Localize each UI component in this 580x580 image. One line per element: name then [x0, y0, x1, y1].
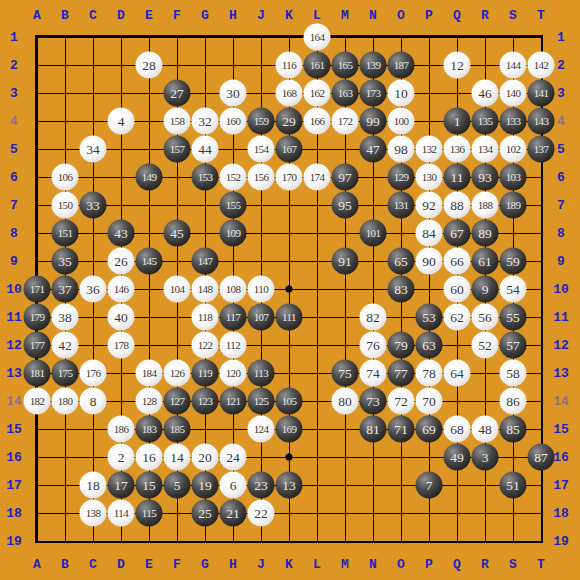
move-number: 27 [170, 86, 184, 100]
column-label: R [481, 557, 489, 572]
stone-q5[interactable]: 136 [444, 136, 471, 163]
stone-s17[interactable]: 51 [500, 472, 527, 499]
column-label: J [257, 557, 265, 572]
move-number: 134 [478, 144, 493, 155]
stone-g4[interactable]: 32 [192, 108, 219, 135]
move-number: 187 [394, 60, 409, 71]
stone-t2[interactable]: 142 [528, 52, 555, 79]
move-number: 175 [58, 368, 73, 379]
stone-n13[interactable]: 74 [360, 360, 387, 387]
stone-a13[interactable]: 181 [24, 360, 51, 387]
stone-h4[interactable]: 160 [220, 108, 247, 135]
stone-c18[interactable]: 138 [80, 500, 107, 527]
stone-k3[interactable]: 168 [276, 80, 303, 107]
column-label: M [341, 557, 349, 572]
row-label: 14 [553, 394, 569, 409]
move-number: 44 [198, 142, 212, 156]
stone-m13[interactable]: 75 [332, 360, 359, 387]
stone-q13[interactable]: 64 [444, 360, 471, 387]
stone-d17[interactable]: 17 [108, 472, 135, 499]
stone-h16[interactable]: 24 [220, 444, 247, 471]
move-number: 133 [506, 116, 521, 127]
stone-f17[interactable]: 5 [164, 472, 191, 499]
stone-n5[interactable]: 47 [360, 136, 387, 163]
row-label: 4 [557, 114, 565, 129]
stone-q9[interactable]: 66 [444, 248, 471, 275]
stone-j14[interactable]: 125 [248, 388, 275, 415]
move-number: 68 [450, 422, 464, 436]
row-label: 13 [553, 366, 569, 381]
stone-s4[interactable]: 133 [500, 108, 527, 135]
stone-r3[interactable]: 46 [472, 80, 499, 107]
stone-l2[interactable]: 161 [304, 52, 331, 79]
stone-a14[interactable]: 182 [24, 388, 51, 415]
move-number: 156 [254, 172, 269, 183]
column-label: S [509, 8, 517, 23]
stone-h6[interactable]: 152 [220, 164, 247, 191]
stone-e17[interactable]: 15 [136, 472, 163, 499]
stone-k15[interactable]: 169 [276, 416, 303, 443]
stone-o10[interactable]: 83 [388, 276, 415, 303]
stone-q16[interactable]: 49 [444, 444, 471, 471]
stone-n15[interactable]: 81 [360, 416, 387, 443]
stone-n12[interactable]: 76 [360, 332, 387, 359]
move-number: 120 [226, 368, 241, 379]
move-number: 61 [478, 254, 492, 268]
move-number: 106 [58, 172, 73, 183]
move-number: 23 [254, 478, 268, 492]
stone-d18[interactable]: 114 [108, 500, 135, 527]
row-label: 10 [553, 282, 569, 297]
move-number: 81 [366, 422, 380, 436]
stone-h11[interactable]: 117 [220, 304, 247, 331]
move-number: 16 [142, 450, 156, 464]
stone-d16[interactable]: 2 [108, 444, 135, 471]
move-number: 157 [170, 144, 185, 155]
stone-j4[interactable]: 159 [248, 108, 275, 135]
stone-r4[interactable]: 135 [472, 108, 499, 135]
move-number: 10 [394, 86, 408, 100]
stone-b11[interactable]: 38 [52, 304, 79, 331]
move-number: 131 [394, 200, 409, 211]
stone-q4[interactable]: 1 [444, 108, 471, 135]
move-number: 75 [338, 366, 352, 380]
stone-p15[interactable]: 69 [416, 416, 443, 443]
move-number: 179 [30, 312, 45, 323]
move-number: 170 [282, 172, 297, 183]
move-number: 168 [282, 88, 297, 99]
move-number: 162 [310, 88, 325, 99]
stone-h10[interactable]: 108 [220, 276, 247, 303]
stone-h12[interactable]: 112 [220, 332, 247, 359]
move-number: 176 [86, 368, 101, 379]
move-number: 53 [422, 310, 436, 324]
stone-d10[interactable]: 146 [108, 276, 135, 303]
stone-c5[interactable]: 34 [80, 136, 107, 163]
stone-s11[interactable]: 55 [500, 304, 527, 331]
move-number: 180 [58, 396, 73, 407]
stone-f13[interactable]: 126 [164, 360, 191, 387]
stone-o9[interactable]: 65 [388, 248, 415, 275]
column-label: E [145, 557, 153, 572]
stone-j10[interactable]: 110 [248, 276, 275, 303]
stone-q10[interactable]: 60 [444, 276, 471, 303]
stone-g6[interactable]: 153 [192, 164, 219, 191]
stone-g18[interactable]: 25 [192, 500, 219, 527]
row-label: 12 [6, 338, 22, 353]
stone-m7[interactable]: 95 [332, 192, 359, 219]
stone-r5[interactable]: 134 [472, 136, 499, 163]
stone-r10[interactable]: 9 [472, 276, 499, 303]
column-label: A [33, 557, 41, 572]
stone-r8[interactable]: 89 [472, 220, 499, 247]
stone-e6[interactable]: 149 [136, 164, 163, 191]
stone-o12[interactable]: 79 [388, 332, 415, 359]
stone-t5[interactable]: 137 [528, 136, 555, 163]
move-number: 146 [114, 284, 129, 295]
stone-a11[interactable]: 179 [24, 304, 51, 331]
stone-j11[interactable]: 107 [248, 304, 275, 331]
stone-g11[interactable]: 118 [192, 304, 219, 331]
stone-l3[interactable]: 162 [304, 80, 331, 107]
stone-d12[interactable]: 178 [108, 332, 135, 359]
stone-o14[interactable]: 72 [388, 388, 415, 415]
stone-q6[interactable]: 11 [444, 164, 471, 191]
row-label: 15 [6, 422, 22, 437]
move-number: 127 [170, 396, 185, 407]
stone-p17[interactable]: 7 [416, 472, 443, 499]
stone-t4[interactable]: 143 [528, 108, 555, 135]
move-number: 132 [422, 144, 437, 155]
move-number: 4 [118, 114, 125, 128]
move-number: 49 [450, 450, 464, 464]
stone-m6[interactable]: 97 [332, 164, 359, 191]
column-label: N [369, 557, 377, 572]
stone-p8[interactable]: 84 [416, 220, 443, 247]
row-label: 9 [10, 254, 18, 269]
column-label: N [369, 8, 377, 23]
stone-c10[interactable]: 36 [80, 276, 107, 303]
move-number: 118 [198, 312, 212, 323]
move-number: 110 [254, 284, 268, 295]
stone-b14[interactable]: 180 [52, 388, 79, 415]
stone-m2[interactable]: 165 [332, 52, 359, 79]
stone-s10[interactable]: 54 [500, 276, 527, 303]
stone-n14[interactable]: 73 [360, 388, 387, 415]
stone-p6[interactable]: 130 [416, 164, 443, 191]
stone-h17[interactable]: 6 [220, 472, 247, 499]
stone-d11[interactable]: 40 [108, 304, 135, 331]
stone-q15[interactable]: 68 [444, 416, 471, 443]
stone-m14[interactable]: 80 [332, 388, 359, 415]
stone-o15[interactable]: 71 [388, 416, 415, 443]
stone-e15[interactable]: 183 [136, 416, 163, 443]
move-number: 98 [394, 142, 408, 156]
move-number: 99 [366, 114, 380, 128]
move-number: 89 [478, 226, 492, 240]
stone-f14[interactable]: 127 [164, 388, 191, 415]
stone-d4[interactable]: 4 [108, 108, 135, 135]
stone-o7[interactable]: 131 [388, 192, 415, 219]
stone-o4[interactable]: 100 [388, 108, 415, 135]
stone-f3[interactable]: 27 [164, 80, 191, 107]
stone-k14[interactable]: 105 [276, 388, 303, 415]
stone-s3[interactable]: 140 [500, 80, 527, 107]
stone-g16[interactable]: 20 [192, 444, 219, 471]
stone-c7[interactable]: 33 [80, 192, 107, 219]
stone-k2[interactable]: 116 [276, 52, 303, 79]
star-point [286, 286, 293, 293]
stone-l4[interactable]: 166 [304, 108, 331, 135]
stone-t3[interactable]: 141 [528, 80, 555, 107]
stone-j13[interactable]: 113 [248, 360, 275, 387]
move-number: 158 [170, 116, 185, 127]
move-number: 97 [338, 170, 352, 184]
column-label: D [117, 8, 125, 23]
stone-f8[interactable]: 45 [164, 220, 191, 247]
move-number: 166 [310, 116, 325, 127]
stone-m9[interactable]: 91 [332, 248, 359, 275]
stone-h18[interactable]: 21 [220, 500, 247, 527]
move-number: 122 [198, 340, 213, 351]
stone-s15[interactable]: 85 [500, 416, 527, 443]
stone-n4[interactable]: 99 [360, 108, 387, 135]
move-number: 28 [142, 58, 156, 72]
stone-r12[interactable]: 52 [472, 332, 499, 359]
stone-b12[interactable]: 42 [52, 332, 79, 359]
stone-r6[interactable]: 93 [472, 164, 499, 191]
stone-c17[interactable]: 18 [80, 472, 107, 499]
column-label: O [397, 8, 405, 23]
move-number: 108 [226, 284, 241, 295]
stone-p5[interactable]: 132 [416, 136, 443, 163]
move-number: 183 [142, 424, 157, 435]
move-number: 38 [58, 310, 72, 324]
move-number: 104 [170, 284, 185, 295]
stone-o2[interactable]: 187 [388, 52, 415, 79]
row-label: 3 [10, 86, 18, 101]
stone-r11[interactable]: 56 [472, 304, 499, 331]
move-number: 102 [506, 144, 521, 155]
stone-f16[interactable]: 14 [164, 444, 191, 471]
stone-e13[interactable]: 184 [136, 360, 163, 387]
column-label: P [425, 557, 433, 572]
stone-l1[interactable]: 164 [304, 24, 331, 51]
stone-e18[interactable]: 115 [136, 500, 163, 527]
column-label: A [33, 8, 41, 23]
stone-j18[interactable]: 22 [248, 500, 275, 527]
stone-p7[interactable]: 92 [416, 192, 443, 219]
stone-k4[interactable]: 29 [276, 108, 303, 135]
move-number: 88 [450, 198, 464, 212]
column-label: L [313, 8, 321, 23]
stone-g9[interactable]: 147 [192, 248, 219, 275]
row-label: 2 [10, 58, 18, 73]
stone-d15[interactable]: 186 [108, 416, 135, 443]
stone-e2[interactable]: 28 [136, 52, 163, 79]
move-number: 177 [30, 340, 45, 351]
stone-k6[interactable]: 170 [276, 164, 303, 191]
column-label: G [201, 8, 209, 23]
stone-o3[interactable]: 10 [388, 80, 415, 107]
move-number: 136 [450, 144, 465, 155]
stone-s5[interactable]: 102 [500, 136, 527, 163]
stone-o6[interactable]: 129 [388, 164, 415, 191]
stone-r7[interactable]: 188 [472, 192, 499, 219]
move-number: 59 [506, 254, 520, 268]
move-number: 135 [478, 116, 493, 127]
column-label: H [229, 557, 237, 572]
move-number: 125 [254, 396, 269, 407]
move-number: 143 [534, 116, 549, 127]
stone-m3[interactable]: 163 [332, 80, 359, 107]
move-number: 145 [142, 256, 157, 267]
stone-p13[interactable]: 78 [416, 360, 443, 387]
row-label: 1 [557, 30, 565, 45]
stone-f15[interactable]: 185 [164, 416, 191, 443]
move-number: 58 [506, 366, 520, 380]
stone-r16[interactable]: 3 [472, 444, 499, 471]
move-number: 93 [478, 170, 492, 184]
move-number: 101 [366, 228, 381, 239]
move-number: 74 [366, 366, 380, 380]
stone-e9[interactable]: 145 [136, 248, 163, 275]
move-number: 45 [170, 226, 184, 240]
column-label: Q [453, 557, 461, 572]
column-label: C [89, 8, 97, 23]
stone-s12[interactable]: 57 [500, 332, 527, 359]
stone-p11[interactable]: 53 [416, 304, 443, 331]
stone-e16[interactable]: 16 [136, 444, 163, 471]
move-number: 30 [226, 86, 240, 100]
move-number: 185 [170, 424, 185, 435]
move-number: 140 [506, 88, 521, 99]
stone-n2[interactable]: 139 [360, 52, 387, 79]
stone-b7[interactable]: 150 [52, 192, 79, 219]
stone-p14[interactable]: 70 [416, 388, 443, 415]
stone-t16[interactable]: 87 [528, 444, 555, 471]
move-number: 105 [282, 396, 297, 407]
stone-d9[interactable]: 26 [108, 248, 135, 275]
move-number: 37 [58, 282, 72, 296]
stone-j5[interactable]: 154 [248, 136, 275, 163]
row-label: 9 [557, 254, 565, 269]
stone-j6[interactable]: 156 [248, 164, 275, 191]
stone-n8[interactable]: 101 [360, 220, 387, 247]
stone-s7[interactable]: 189 [500, 192, 527, 219]
stone-b8[interactable]: 151 [52, 220, 79, 247]
column-label: S [509, 557, 517, 572]
move-number: 71 [394, 422, 408, 436]
move-number: 174 [310, 172, 325, 183]
stone-c13[interactable]: 176 [80, 360, 107, 387]
move-number: 80 [338, 394, 352, 408]
column-label: T [537, 8, 545, 23]
stone-n11[interactable]: 82 [360, 304, 387, 331]
stone-h8[interactable]: 109 [220, 220, 247, 247]
stone-l6[interactable]: 174 [304, 164, 331, 191]
stone-s13[interactable]: 58 [500, 360, 527, 387]
stone-j17[interactable]: 23 [248, 472, 275, 499]
stone-q8[interactable]: 67 [444, 220, 471, 247]
stone-k5[interactable]: 167 [276, 136, 303, 163]
stone-s14[interactable]: 86 [500, 388, 527, 415]
move-number: 169 [282, 424, 297, 435]
stone-e14[interactable]: 128 [136, 388, 163, 415]
move-number: 47 [366, 142, 380, 156]
move-number: 46 [478, 86, 492, 100]
stone-c14[interactable]: 8 [80, 388, 107, 415]
stone-f4[interactable]: 158 [164, 108, 191, 135]
move-number: 151 [58, 228, 73, 239]
stone-q2[interactable]: 12 [444, 52, 471, 79]
go-board: ABCDEFGHJKLMNOPQRST ABCDEFGHJKLMNOPQRST … [0, 0, 580, 580]
stone-s6[interactable]: 103 [500, 164, 527, 191]
move-number: 79 [394, 338, 408, 352]
stone-a10[interactable]: 171 [24, 276, 51, 303]
move-number: 76 [366, 338, 380, 352]
stone-k11[interactable]: 111 [276, 304, 303, 331]
stone-n3[interactable]: 173 [360, 80, 387, 107]
stone-b9[interactable]: 35 [52, 248, 79, 275]
stone-h7[interactable]: 155 [220, 192, 247, 219]
stone-b13[interactable]: 175 [52, 360, 79, 387]
stone-h14[interactable]: 121 [220, 388, 247, 415]
stone-d8[interactable]: 43 [108, 220, 135, 247]
move-number: 95 [338, 198, 352, 212]
move-number: 181 [30, 368, 45, 379]
stone-g14[interactable]: 123 [192, 388, 219, 415]
stone-o5[interactable]: 98 [388, 136, 415, 163]
move-number: 15 [142, 478, 156, 492]
stone-j15[interactable]: 124 [248, 416, 275, 443]
move-number: 6 [230, 478, 237, 492]
move-number: 84 [422, 226, 436, 240]
move-number: 126 [170, 368, 185, 379]
stone-g12[interactable]: 122 [192, 332, 219, 359]
move-number: 17 [114, 478, 128, 492]
move-number: 129 [394, 172, 409, 183]
stone-m4[interactable]: 172 [332, 108, 359, 135]
stone-s9[interactable]: 59 [500, 248, 527, 275]
stone-p9[interactable]: 90 [416, 248, 443, 275]
stone-b10[interactable]: 37 [52, 276, 79, 303]
stone-k17[interactable]: 13 [276, 472, 303, 499]
stone-h3[interactable]: 30 [220, 80, 247, 107]
stone-r9[interactable]: 61 [472, 248, 499, 275]
stone-p12[interactable]: 63 [416, 332, 443, 359]
move-number: 124 [254, 424, 269, 435]
stone-o13[interactable]: 77 [388, 360, 415, 387]
stone-q7[interactable]: 88 [444, 192, 471, 219]
stone-g13[interactable]: 119 [192, 360, 219, 387]
stone-g17[interactable]: 19 [192, 472, 219, 499]
row-label: 8 [557, 226, 565, 241]
stone-h13[interactable]: 120 [220, 360, 247, 387]
column-label: J [257, 8, 265, 23]
stone-s2[interactable]: 144 [500, 52, 527, 79]
stone-f10[interactable]: 104 [164, 276, 191, 303]
stone-g5[interactable]: 44 [192, 136, 219, 163]
stone-q11[interactable]: 62 [444, 304, 471, 331]
move-number: 184 [142, 368, 157, 379]
stone-f5[interactable]: 157 [164, 136, 191, 163]
stone-r15[interactable]: 48 [472, 416, 499, 443]
stone-b6[interactable]: 106 [52, 164, 79, 191]
stone-g10[interactable]: 148 [192, 276, 219, 303]
stone-a12[interactable]: 177 [24, 332, 51, 359]
row-label: 10 [6, 282, 22, 297]
